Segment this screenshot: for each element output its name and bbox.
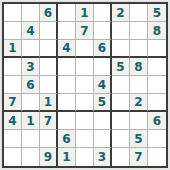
cell-r6c9[interactable] <box>148 94 166 112</box>
cell-r5c6: 4 <box>94 76 112 94</box>
cell-r2c2: 4 <box>22 22 40 40</box>
cell-r4c6[interactable] <box>94 58 112 76</box>
cell-r3c5[interactable] <box>76 40 94 58</box>
cell-r7c8[interactable] <box>130 112 148 130</box>
cell-r9c9[interactable] <box>148 148 166 166</box>
cell-r4c8: 8 <box>130 58 148 76</box>
cell-r8c4: 6 <box>58 130 76 148</box>
cell-r1c8[interactable] <box>130 4 148 22</box>
cell-r1c3: 6 <box>40 4 58 22</box>
cell-r8c3[interactable] <box>40 130 58 148</box>
cell-r2c1[interactable] <box>4 22 22 40</box>
cell-r9c8: 7 <box>130 148 148 166</box>
cell-r8c8: 5 <box>130 130 148 148</box>
cell-r3c9[interactable] <box>148 40 166 58</box>
cell-r4c2: 3 <box>22 58 40 76</box>
cell-r9c3: 9 <box>40 148 58 166</box>
cell-r3c4: 4 <box>58 40 76 58</box>
cell-r2c5: 7 <box>76 22 94 40</box>
cell-r4c3[interactable] <box>40 58 58 76</box>
cell-r7c9: 6 <box>148 112 166 130</box>
cell-r6c1: 7 <box>4 94 22 112</box>
cell-r5c7[interactable] <box>112 76 130 94</box>
cell-r2c4[interactable] <box>58 22 76 40</box>
cell-r9c6: 3 <box>94 148 112 166</box>
cell-r1c7: 2 <box>112 4 130 22</box>
cell-r2c6[interactable] <box>94 22 112 40</box>
cell-r7c3: 7 <box>40 112 58 130</box>
cell-r8c1[interactable] <box>4 130 22 148</box>
cell-r7c7[interactable] <box>112 112 130 130</box>
cell-r9c2[interactable] <box>22 148 40 166</box>
cell-r2c8[interactable] <box>130 22 148 40</box>
cell-r3c7[interactable] <box>112 40 130 58</box>
cell-r6c3: 1 <box>40 94 58 112</box>
cell-r5c9[interactable] <box>148 76 166 94</box>
cell-r6c5[interactable] <box>76 94 94 112</box>
cell-r5c4[interactable] <box>58 76 76 94</box>
cell-r3c3[interactable] <box>40 40 58 58</box>
cell-r7c4[interactable] <box>58 112 76 130</box>
cell-r5c2: 6 <box>22 76 40 94</box>
cell-r6c8: 2 <box>130 94 148 112</box>
cell-r7c6[interactable] <box>94 112 112 130</box>
cell-r8c6[interactable] <box>94 130 112 148</box>
cell-r7c2: 1 <box>22 112 40 130</box>
cell-r3c8[interactable] <box>130 40 148 58</box>
cell-r9c1[interactable] <box>4 148 22 166</box>
sudoku-page: 61254781463586471524176659137 <box>0 0 170 170</box>
cell-r1c6[interactable] <box>94 4 112 22</box>
cell-r4c1[interactable] <box>4 58 22 76</box>
cell-r5c5[interactable] <box>76 76 94 94</box>
cell-r2c9: 8 <box>148 22 166 40</box>
cell-r4c5[interactable] <box>76 58 94 76</box>
cell-r6c7[interactable] <box>112 94 130 112</box>
cell-r3c2[interactable] <box>22 40 40 58</box>
cell-r8c5[interactable] <box>76 130 94 148</box>
cell-r4c9[interactable] <box>148 58 166 76</box>
cell-r6c2[interactable] <box>22 94 40 112</box>
cell-r8c9[interactable] <box>148 130 166 148</box>
cell-r1c9: 5 <box>148 4 166 22</box>
cell-r9c4: 1 <box>58 148 76 166</box>
cell-r2c3[interactable] <box>40 22 58 40</box>
cell-r1c5: 1 <box>76 4 94 22</box>
cell-r1c2[interactable] <box>22 4 40 22</box>
cell-r5c1[interactable] <box>4 76 22 94</box>
cell-r7c5[interactable] <box>76 112 94 130</box>
cell-r5c3[interactable] <box>40 76 58 94</box>
cell-r9c7[interactable] <box>112 148 130 166</box>
cell-r8c2[interactable] <box>22 130 40 148</box>
cell-r1c1[interactable] <box>4 4 22 22</box>
cell-r8c7[interactable] <box>112 130 130 148</box>
cell-r2c7[interactable] <box>112 22 130 40</box>
cell-r5c8[interactable] <box>130 76 148 94</box>
sudoku-board: 61254781463586471524176659137 <box>2 2 168 168</box>
cell-r6c6: 5 <box>94 94 112 112</box>
cell-r4c7: 5 <box>112 58 130 76</box>
cell-r6c4[interactable] <box>58 94 76 112</box>
cell-r4c4[interactable] <box>58 58 76 76</box>
cell-r9c5[interactable] <box>76 148 94 166</box>
cell-r1c4[interactable] <box>58 4 76 22</box>
cell-r3c1: 1 <box>4 40 22 58</box>
cell-r3c6: 6 <box>94 40 112 58</box>
cell-r7c1: 4 <box>4 112 22 130</box>
